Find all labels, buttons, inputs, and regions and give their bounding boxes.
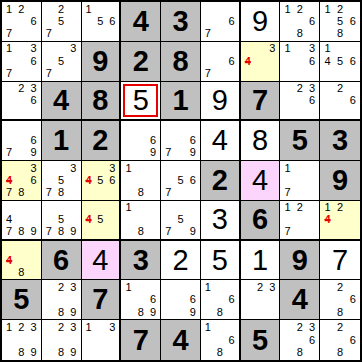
empty-candidate-slot bbox=[321, 15, 334, 27]
empty-candidate-slot bbox=[135, 174, 147, 186]
candidate-5: 5 bbox=[334, 55, 347, 67]
given-digit: 7 bbox=[121, 320, 160, 360]
candidate-1: 1 bbox=[83, 3, 95, 15]
empty-candidate-slot bbox=[83, 226, 95, 238]
excluded-candidate-4: 4 bbox=[83, 174, 95, 186]
candidate-3: 3 bbox=[266, 281, 278, 293]
candidate-5: 5 bbox=[174, 174, 186, 186]
pencil-marks: 156 bbox=[82, 2, 120, 41]
cell-r9c9[interactable]: 268 bbox=[320, 320, 360, 360]
cell-r8c3[interactable]: 7 bbox=[82, 280, 122, 320]
empty-candidate-slot bbox=[294, 174, 306, 186]
empty-candidate-slot bbox=[28, 28, 40, 40]
candidate-7: 7 bbox=[162, 147, 174, 159]
empty-candidate-slot bbox=[306, 346, 318, 359]
cell-r1c8[interactable]: 1268 bbox=[280, 2, 320, 42]
candidate-7: 7 bbox=[43, 28, 55, 40]
empty-candidate-slot bbox=[15, 15, 27, 27]
cell-r7c7[interactable]: 1 bbox=[241, 241, 281, 281]
cell-r8c4[interactable]: 1689 bbox=[121, 280, 161, 320]
pencil-marks: 2368 bbox=[280, 320, 319, 360]
empty-candidate-slot bbox=[294, 162, 306, 174]
candidate-7: 7 bbox=[43, 187, 55, 199]
cell-r9c7[interactable]: 5 bbox=[241, 320, 281, 360]
empty-candidate-slot bbox=[321, 346, 334, 359]
cell-r5c8[interactable]: 17 bbox=[280, 161, 320, 201]
given-digit: 2 bbox=[201, 161, 239, 200]
empty-candidate-slot bbox=[202, 306, 214, 318]
empty-candidate-slot bbox=[135, 135, 147, 147]
cell-r7c9[interactable]: 7 bbox=[320, 241, 360, 281]
empty-candidate-slot bbox=[321, 321, 334, 334]
empty-candidate-slot bbox=[43, 321, 55, 334]
candidate-1: 1 bbox=[321, 202, 334, 214]
empty-candidate-slot bbox=[174, 306, 186, 318]
empty-candidate-slot bbox=[187, 122, 199, 134]
solved-digit: 5 bbox=[201, 241, 239, 280]
pencil-marks: 268 bbox=[320, 280, 360, 319]
candidate-5: 5 bbox=[55, 174, 67, 186]
empty-candidate-slot bbox=[83, 346, 95, 359]
empty-candidate-slot bbox=[43, 294, 55, 306]
empty-candidate-slot bbox=[3, 55, 15, 67]
empty-candidate-slot bbox=[281, 106, 293, 118]
empty-candidate-slot bbox=[67, 294, 79, 306]
given-digit: 5 bbox=[280, 121, 319, 160]
empty-candidate-slot bbox=[321, 94, 334, 106]
empty-candidate-slot bbox=[3, 135, 15, 147]
empty-candidate-slot bbox=[147, 226, 159, 238]
empty-candidate-slot bbox=[334, 294, 347, 306]
cell-r7c1[interactable]: 48 bbox=[2, 241, 42, 281]
empty-candidate-slot bbox=[15, 67, 27, 79]
cell-r5c7[interactable]: 4 bbox=[241, 161, 281, 201]
empty-candidate-slot bbox=[281, 321, 293, 334]
empty-candidate-slot bbox=[214, 28, 226, 40]
cell-r7c8[interactable]: 9 bbox=[280, 241, 320, 281]
empty-candidate-slot bbox=[321, 281, 334, 293]
cell-r7c6[interactable]: 5 bbox=[201, 241, 241, 281]
candidate-8: 8 bbox=[294, 28, 306, 40]
empty-candidate-slot bbox=[334, 226, 347, 238]
excluded-candidate-4: 4 bbox=[3, 174, 15, 186]
cell-r1c6[interactable]: 67 bbox=[201, 2, 241, 42]
cell-r1c1[interactable]: 1267 bbox=[2, 2, 42, 42]
given-digit: 4 bbox=[161, 320, 200, 360]
empty-candidate-slot bbox=[94, 162, 106, 174]
empty-candidate-slot bbox=[321, 83, 334, 95]
empty-candidate-slot bbox=[83, 202, 95, 214]
empty-candidate-slot bbox=[55, 202, 67, 214]
cell-r1c5[interactable]: 3 bbox=[161, 2, 201, 42]
cell-r4c8[interactable]: 5 bbox=[280, 121, 320, 161]
empty-candidate-slot bbox=[214, 294, 226, 306]
empty-candidate-slot bbox=[43, 281, 55, 293]
empty-candidate-slot bbox=[321, 334, 334, 347]
candidate-9: 9 bbox=[187, 306, 199, 318]
empty-candidate-slot bbox=[67, 334, 79, 347]
candidate-7: 7 bbox=[281, 226, 293, 238]
candidate-1: 1 bbox=[281, 3, 293, 15]
candidate-8: 8 bbox=[15, 187, 27, 199]
cell-r8c9[interactable]: 268 bbox=[320, 280, 360, 320]
candidate-9: 9 bbox=[187, 147, 199, 159]
cell-r3c8[interactable]: 236 bbox=[280, 82, 320, 122]
cell-r6c5[interactable]: 579 bbox=[161, 201, 201, 241]
cell-r3c7[interactable]: 7 bbox=[241, 82, 281, 122]
cell-r2c3[interactable]: 9 bbox=[82, 42, 122, 82]
empty-candidate-slot bbox=[43, 15, 55, 27]
given-digit: 4 bbox=[280, 280, 319, 319]
cell-r6c2[interactable]: 5789 bbox=[42, 201, 82, 241]
cell-r1c9[interactable]: 12568 bbox=[320, 2, 360, 42]
cell-r9c6[interactable]: 168 bbox=[201, 320, 241, 360]
cell-r4c6[interactable]: 4 bbox=[201, 121, 241, 161]
empty-candidate-slot bbox=[226, 306, 238, 318]
empty-candidate-slot bbox=[214, 334, 226, 347]
candidate-9: 9 bbox=[67, 226, 79, 238]
cell-r2c9[interactable]: 1456 bbox=[320, 42, 360, 82]
cell-r5c3[interactable]: 3456 bbox=[82, 161, 122, 201]
pencil-marks: 2389 bbox=[42, 320, 81, 360]
candidate-5: 5 bbox=[174, 214, 186, 226]
cell-r6c7[interactable]: 6 bbox=[241, 201, 281, 241]
empty-candidate-slot bbox=[266, 306, 278, 318]
empty-candidate-slot bbox=[147, 122, 159, 134]
empty-candidate-slot bbox=[294, 43, 306, 55]
empty-candidate-slot bbox=[43, 202, 55, 214]
empty-candidate-slot bbox=[294, 94, 306, 106]
empty-candidate-slot bbox=[162, 162, 174, 174]
candidate-1: 1 bbox=[3, 3, 15, 15]
pencil-marks: 579 bbox=[161, 201, 200, 239]
cell-r9c2[interactable]: 2389 bbox=[42, 320, 82, 360]
empty-candidate-slot bbox=[94, 3, 106, 15]
cell-r8c5[interactable]: 69 bbox=[161, 280, 201, 320]
candidate-2: 2 bbox=[334, 3, 347, 15]
cell-r4c7[interactable]: 8 bbox=[241, 121, 281, 161]
cell-r2c5[interactable]: 8 bbox=[161, 42, 201, 82]
candidate-5: 5 bbox=[94, 174, 106, 186]
cell-r4c4[interactable]: 69 bbox=[121, 121, 161, 161]
empty-candidate-slot bbox=[306, 162, 318, 174]
empty-candidate-slot bbox=[254, 306, 266, 318]
candidate-6: 6 bbox=[28, 94, 40, 106]
empty-candidate-slot bbox=[28, 266, 40, 278]
cell-r9c8[interactable]: 2368 bbox=[280, 320, 320, 360]
empty-candidate-slot bbox=[346, 106, 359, 118]
cell-r5c6[interactable]: 2 bbox=[201, 161, 241, 201]
empty-candidate-slot bbox=[106, 226, 118, 238]
empty-candidate-slot bbox=[294, 334, 306, 347]
solved-digit: 2 bbox=[161, 241, 200, 280]
empty-candidate-slot bbox=[122, 147, 134, 159]
cell-r8c7[interactable]: 23 bbox=[241, 280, 281, 320]
cell-r3c2[interactable]: 4 bbox=[42, 82, 82, 122]
empty-candidate-slot bbox=[306, 106, 318, 118]
empty-candidate-slot bbox=[174, 202, 186, 214]
cell-r4c1[interactable]: 679 bbox=[2, 121, 42, 161]
cell-r9c5[interactable]: 4 bbox=[161, 320, 201, 360]
excluded-candidate-4: 4 bbox=[3, 254, 15, 266]
empty-candidate-slot bbox=[281, 83, 293, 95]
empty-candidate-slot bbox=[83, 334, 95, 347]
candidate-9: 9 bbox=[28, 147, 40, 159]
pencil-marks: 1267 bbox=[2, 2, 41, 41]
empty-candidate-slot bbox=[15, 55, 27, 67]
solved-digit: 4 bbox=[241, 161, 280, 200]
empty-candidate-slot bbox=[28, 254, 40, 266]
empty-candidate-slot bbox=[281, 214, 293, 226]
empty-candidate-slot bbox=[15, 135, 27, 147]
cell-r8c1[interactable]: 5 bbox=[2, 280, 42, 320]
cell-r2c7[interactable]: 34 bbox=[241, 42, 281, 82]
empty-candidate-slot bbox=[162, 135, 174, 147]
cell-r6c1[interactable]: 4789 bbox=[2, 201, 42, 241]
empty-candidate-slot bbox=[281, 94, 293, 106]
cell-r5c2[interactable]: 3578 bbox=[42, 161, 82, 201]
cell-r6c8[interactable]: 127 bbox=[280, 201, 320, 241]
empty-candidate-slot bbox=[242, 306, 254, 318]
pencil-marks: 168 bbox=[201, 280, 239, 319]
empty-candidate-slot bbox=[67, 67, 79, 79]
empty-candidate-slot bbox=[147, 162, 159, 174]
candidate-8: 8 bbox=[334, 28, 347, 40]
candidate-8: 8 bbox=[15, 266, 27, 278]
cell-r9c1[interactable]: 12389 bbox=[2, 320, 42, 360]
pencil-marks: 12389 bbox=[2, 320, 41, 360]
candidate-5: 5 bbox=[55, 15, 67, 27]
candidate-3: 3 bbox=[28, 321, 40, 334]
empty-candidate-slot bbox=[55, 28, 67, 40]
cell-r1c2[interactable]: 257 bbox=[42, 2, 82, 42]
cell-r3c5[interactable]: 1 bbox=[161, 82, 201, 122]
candidate-2: 2 bbox=[334, 281, 347, 293]
cell-r8c6[interactable]: 168 bbox=[201, 280, 241, 320]
pencil-marks: 3578 bbox=[42, 161, 81, 200]
candidate-5: 5 bbox=[55, 214, 67, 226]
empty-candidate-slot bbox=[43, 55, 55, 67]
cell-r5c1[interactable]: 34678 bbox=[2, 161, 42, 201]
pencil-marks: 168 bbox=[201, 320, 239, 360]
empty-candidate-slot bbox=[147, 281, 159, 293]
empty-candidate-slot bbox=[106, 28, 118, 40]
empty-candidate-slot bbox=[94, 346, 106, 359]
candidate-1: 1 bbox=[281, 162, 293, 174]
empty-candidate-slot bbox=[214, 55, 226, 67]
candidate-1: 1 bbox=[3, 43, 15, 55]
pencil-marks: 236 bbox=[2, 82, 41, 120]
empty-candidate-slot bbox=[122, 214, 134, 226]
cell-r2c6[interactable]: 67 bbox=[201, 42, 241, 82]
candidate-8: 8 bbox=[135, 226, 147, 238]
empty-candidate-slot bbox=[266, 55, 278, 67]
candidate-6: 6 bbox=[226, 55, 238, 67]
candidate-3: 3 bbox=[106, 162, 118, 174]
cell-r4c3[interactable]: 2 bbox=[82, 121, 122, 161]
candidate-1: 1 bbox=[281, 43, 293, 55]
candidate-7: 7 bbox=[43, 226, 55, 238]
cell-r4c9[interactable]: 3 bbox=[320, 121, 360, 161]
cell-r6c4[interactable]: 18 bbox=[121, 201, 161, 241]
empty-candidate-slot bbox=[187, 202, 199, 214]
pencil-marks: 1268 bbox=[280, 2, 319, 41]
cell-r5c5[interactable]: 567 bbox=[161, 161, 201, 201]
candidate-9: 9 bbox=[187, 226, 199, 238]
solved-digit: 7 bbox=[320, 241, 360, 280]
cell-r3c1[interactable]: 236 bbox=[2, 82, 42, 122]
cell-r4c2[interactable]: 1 bbox=[42, 121, 82, 161]
pencil-marks: 34 bbox=[241, 42, 280, 81]
candidate-5: 5 bbox=[94, 214, 106, 226]
empty-candidate-slot bbox=[242, 281, 254, 293]
candidate-7: 7 bbox=[43, 67, 55, 79]
empty-candidate-slot bbox=[214, 67, 226, 79]
candidate-2: 2 bbox=[294, 83, 306, 95]
cell-r2c2[interactable]: 357 bbox=[42, 42, 82, 82]
empty-candidate-slot bbox=[28, 106, 40, 118]
empty-candidate-slot bbox=[346, 83, 359, 95]
candidate-6: 6 bbox=[346, 55, 359, 67]
empty-candidate-slot bbox=[55, 294, 67, 306]
empty-candidate-slot bbox=[346, 281, 359, 293]
empty-candidate-slot bbox=[94, 334, 106, 347]
empty-candidate-slot bbox=[242, 294, 254, 306]
empty-candidate-slot bbox=[334, 43, 347, 55]
candidate-6: 6 bbox=[346, 334, 359, 347]
cell-r8c8[interactable]: 4 bbox=[280, 280, 320, 320]
empty-candidate-slot bbox=[226, 28, 238, 40]
empty-candidate-slot bbox=[266, 294, 278, 306]
empty-candidate-slot bbox=[162, 174, 174, 186]
candidate-9: 9 bbox=[28, 346, 40, 359]
candidate-1: 1 bbox=[83, 321, 95, 334]
cell-r3c6[interactable]: 9 bbox=[201, 82, 241, 122]
cell-r3c4[interactable]: 5 bbox=[121, 82, 161, 122]
pencil-marks: 69 bbox=[161, 280, 200, 319]
cell-r5c9[interactable]: 9 bbox=[320, 161, 360, 201]
empty-candidate-slot bbox=[94, 226, 106, 238]
empty-candidate-slot bbox=[346, 346, 359, 359]
cell-r5c4[interactable]: 18 bbox=[121, 161, 161, 201]
cell-r2c1[interactable]: 1367 bbox=[2, 42, 42, 82]
empty-candidate-slot bbox=[15, 43, 27, 55]
candidate-5: 5 bbox=[94, 15, 106, 27]
empty-candidate-slot bbox=[321, 226, 334, 238]
empty-candidate-slot bbox=[147, 214, 159, 226]
candidate-2: 2 bbox=[334, 202, 347, 214]
cell-r9c3[interactable]: 13 bbox=[82, 320, 122, 360]
empty-candidate-slot bbox=[174, 147, 186, 159]
empty-candidate-slot bbox=[83, 28, 95, 40]
cell-r7c4[interactable]: 3 bbox=[121, 241, 161, 281]
cell-r2c4[interactable]: 2 bbox=[121, 42, 161, 82]
cell-r9c4[interactable]: 7 bbox=[121, 320, 161, 360]
candidate-7: 7 bbox=[162, 187, 174, 199]
empty-candidate-slot bbox=[67, 3, 79, 15]
empty-candidate-slot bbox=[294, 187, 306, 199]
candidate-1: 1 bbox=[122, 162, 134, 174]
candidate-1: 1 bbox=[202, 281, 214, 293]
cell-r2c8[interactable]: 136 bbox=[280, 42, 320, 82]
cell-r3c3[interactable]: 8 bbox=[82, 82, 122, 122]
pencil-marks: 13 bbox=[82, 320, 120, 360]
cell-r1c3[interactable]: 156 bbox=[82, 2, 122, 42]
candidate-3: 3 bbox=[67, 162, 79, 174]
cell-r6c3[interactable]: 45 bbox=[82, 201, 122, 241]
candidate-8: 8 bbox=[334, 306, 347, 318]
empty-candidate-slot bbox=[28, 242, 40, 254]
candidate-2: 2 bbox=[334, 83, 347, 95]
empty-candidate-slot bbox=[254, 43, 266, 55]
empty-candidate-slot bbox=[214, 321, 226, 334]
cell-r3c9[interactable]: 26 bbox=[320, 82, 360, 122]
candidate-5: 5 bbox=[334, 15, 347, 27]
candidate-3: 3 bbox=[266, 43, 278, 55]
empty-candidate-slot bbox=[242, 43, 254, 55]
candidate-6: 6 bbox=[28, 135, 40, 147]
candidate-2: 2 bbox=[15, 83, 27, 95]
empty-candidate-slot bbox=[67, 55, 79, 67]
cell-r1c7[interactable]: 9 bbox=[241, 2, 281, 42]
empty-candidate-slot bbox=[321, 106, 334, 118]
empty-candidate-slot bbox=[15, 202, 27, 214]
cell-r6c6[interactable]: 3 bbox=[201, 201, 241, 241]
cell-r1c4[interactable]: 4 bbox=[121, 2, 161, 42]
empty-candidate-slot bbox=[67, 28, 79, 40]
pencil-marks: 3456 bbox=[82, 161, 120, 200]
candidate-7: 7 bbox=[3, 147, 15, 159]
empty-candidate-slot bbox=[254, 67, 266, 79]
given-digit: 9 bbox=[82, 42, 120, 81]
pencil-marks: 357 bbox=[42, 42, 81, 81]
empty-candidate-slot bbox=[306, 226, 318, 238]
candidate-8: 8 bbox=[294, 346, 306, 359]
empty-candidate-slot bbox=[28, 122, 40, 134]
given-digit: 9 bbox=[280, 241, 319, 280]
empty-candidate-slot bbox=[3, 266, 15, 278]
cell-r8c2[interactable]: 2389 bbox=[42, 280, 82, 320]
solved-digit: 1 bbox=[241, 241, 280, 280]
given-digit: 9 bbox=[320, 161, 360, 200]
candidate-8: 8 bbox=[55, 187, 67, 199]
empty-candidate-slot bbox=[55, 334, 67, 347]
candidate-3: 3 bbox=[67, 43, 79, 55]
empty-candidate-slot bbox=[28, 334, 40, 347]
cell-r7c2[interactable]: 6 bbox=[42, 241, 82, 281]
cell-r7c5[interactable]: 2 bbox=[161, 241, 201, 281]
empty-candidate-slot bbox=[346, 321, 359, 334]
candidate-8: 8 bbox=[334, 346, 347, 359]
candidate-8: 8 bbox=[15, 226, 27, 238]
candidate-6: 6 bbox=[187, 294, 199, 306]
empty-candidate-slot bbox=[135, 122, 147, 134]
empty-candidate-slot bbox=[306, 174, 318, 186]
given-digit: 7 bbox=[241, 82, 280, 120]
empty-candidate-slot bbox=[3, 346, 15, 359]
cell-r6c9[interactable]: 124 bbox=[320, 201, 360, 241]
empty-candidate-slot bbox=[3, 15, 15, 27]
empty-candidate-slot bbox=[43, 162, 55, 174]
solved-digit: 5 bbox=[121, 82, 160, 120]
empty-candidate-slot bbox=[226, 67, 238, 79]
cell-r7c3[interactable]: 4 bbox=[82, 241, 122, 281]
cell-r4c5[interactable]: 679 bbox=[161, 121, 201, 161]
excluded-candidate-4: 4 bbox=[242, 55, 254, 67]
candidate-3: 3 bbox=[67, 321, 79, 334]
empty-candidate-slot bbox=[15, 334, 27, 347]
empty-candidate-slot bbox=[174, 294, 186, 306]
